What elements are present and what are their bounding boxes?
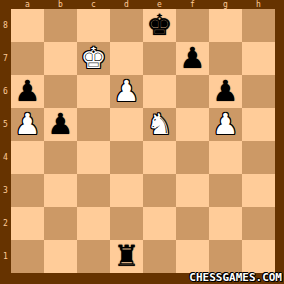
black-king-e8[interactable]: ♚: [143, 9, 176, 42]
rank-label-6: 6: [0, 75, 11, 108]
square-h5[interactable]: [242, 108, 275, 141]
square-g4[interactable]: [209, 141, 242, 174]
square-d8[interactable]: [110, 9, 143, 42]
square-d4[interactable]: [110, 141, 143, 174]
white-knight-e5[interactable]: ♞: [143, 108, 176, 141]
square-d3[interactable]: [110, 174, 143, 207]
rank-label-8: 8: [0, 9, 11, 42]
file-label-c: c: [77, 0, 110, 9]
square-b1[interactable]: [44, 240, 77, 273]
square-g6[interactable]: ♟: [209, 75, 242, 108]
square-e5[interactable]: ♞: [143, 108, 176, 141]
square-d1[interactable]: ♜: [110, 240, 143, 273]
square-g3[interactable]: [209, 174, 242, 207]
square-a4[interactable]: [11, 141, 44, 174]
square-c2[interactable]: [77, 207, 110, 240]
square-a1[interactable]: [11, 240, 44, 273]
square-a8[interactable]: [11, 9, 44, 42]
square-b7[interactable]: [44, 42, 77, 75]
rank-label-1: 1: [0, 240, 11, 273]
square-g1[interactable]: [209, 240, 242, 273]
rank-label-2: 2: [0, 207, 11, 240]
square-d5[interactable]: [110, 108, 143, 141]
square-e7[interactable]: [143, 42, 176, 75]
black-rook-d1[interactable]: ♜: [110, 240, 143, 273]
square-d6[interactable]: ♟: [110, 75, 143, 108]
square-e2[interactable]: [143, 207, 176, 240]
square-h4[interactable]: [242, 141, 275, 174]
square-e3[interactable]: [143, 174, 176, 207]
square-c5[interactable]: [77, 108, 110, 141]
rank-label-5: 5: [0, 108, 11, 141]
square-f4[interactable]: [176, 141, 209, 174]
square-c1[interactable]: [77, 240, 110, 273]
rank-label-7: 7: [0, 42, 11, 75]
file-label-f: f: [176, 0, 209, 9]
square-b5[interactable]: ♟: [44, 108, 77, 141]
square-e4[interactable]: [143, 141, 176, 174]
square-a7[interactable]: [11, 42, 44, 75]
file-label-g: g: [209, 0, 242, 9]
black-pawn-g6[interactable]: ♟: [209, 75, 242, 108]
square-h7[interactable]: [242, 42, 275, 75]
square-g8[interactable]: [209, 9, 242, 42]
chess-board: ♚♚♟♟♟♟♟♟♞♟♜: [11, 9, 275, 273]
square-d2[interactable]: [110, 207, 143, 240]
square-b4[interactable]: [44, 141, 77, 174]
chess-diagram: abcdefgh 87654321 ♚♚♟♟♟♟♟♟♞♟♜ CHESSGAMES…: [0, 0, 284, 284]
square-b3[interactable]: [44, 174, 77, 207]
square-e1[interactable]: [143, 240, 176, 273]
square-h2[interactable]: [242, 207, 275, 240]
square-f1[interactable]: [176, 240, 209, 273]
square-c8[interactable]: [77, 9, 110, 42]
square-a6[interactable]: ♟: [11, 75, 44, 108]
square-c3[interactable]: [77, 174, 110, 207]
square-b2[interactable]: [44, 207, 77, 240]
black-pawn-a6[interactable]: ♟: [11, 75, 44, 108]
square-f3[interactable]: [176, 174, 209, 207]
square-f5[interactable]: [176, 108, 209, 141]
square-f8[interactable]: [176, 9, 209, 42]
square-h3[interactable]: [242, 174, 275, 207]
square-c7[interactable]: ♚: [77, 42, 110, 75]
square-b8[interactable]: [44, 9, 77, 42]
square-f6[interactable]: [176, 75, 209, 108]
square-g2[interactable]: [209, 207, 242, 240]
square-b6[interactable]: [44, 75, 77, 108]
square-e8[interactable]: ♚: [143, 9, 176, 42]
file-labels: abcdefgh: [11, 0, 275, 9]
rank-labels: 87654321: [0, 9, 11, 273]
square-a2[interactable]: [11, 207, 44, 240]
square-a5[interactable]: ♟: [11, 108, 44, 141]
square-h6[interactable]: [242, 75, 275, 108]
square-g5[interactable]: ♟: [209, 108, 242, 141]
file-label-h: h: [242, 0, 275, 9]
square-f7[interactable]: ♟: [176, 42, 209, 75]
square-d7[interactable]: [110, 42, 143, 75]
square-h8[interactable]: [242, 9, 275, 42]
square-c6[interactable]: [77, 75, 110, 108]
watermark: CHESSGAMES.COM: [189, 272, 282, 284]
square-a3[interactable]: [11, 174, 44, 207]
file-label-a: a: [11, 0, 44, 9]
white-pawn-a5[interactable]: ♟: [11, 108, 44, 141]
square-g7[interactable]: [209, 42, 242, 75]
rank-label-4: 4: [0, 141, 11, 174]
square-h1[interactable]: [242, 240, 275, 273]
white-pawn-g5[interactable]: ♟: [209, 108, 242, 141]
square-c4[interactable]: [77, 141, 110, 174]
rank-label-3: 3: [0, 174, 11, 207]
file-label-d: d: [110, 0, 143, 9]
file-label-b: b: [44, 0, 77, 9]
black-pawn-f7[interactable]: ♟: [176, 42, 209, 75]
white-king-c7[interactable]: ♚: [77, 42, 110, 75]
square-f2[interactable]: [176, 207, 209, 240]
white-pawn-d6[interactable]: ♟: [110, 75, 143, 108]
square-e6[interactable]: [143, 75, 176, 108]
black-pawn-b5[interactable]: ♟: [44, 108, 77, 141]
